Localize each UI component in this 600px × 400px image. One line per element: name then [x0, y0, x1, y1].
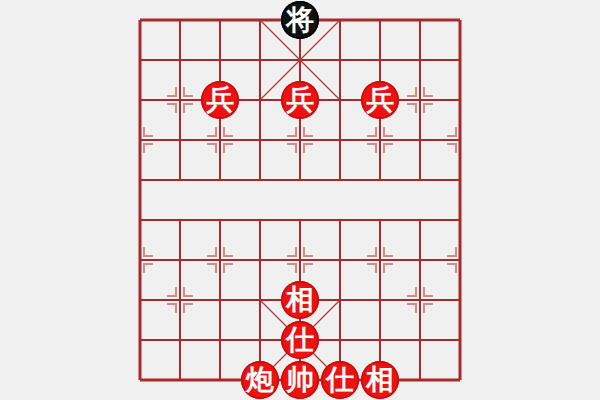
board-intersections-grid: 将兵兵兵相仕炮帅仕相	[120, 0, 480, 400]
red-elephant-center[interactable]: 相	[281, 281, 319, 319]
red-general[interactable]: 帅	[281, 361, 319, 399]
black-general[interactable]: 将	[281, 1, 319, 39]
red-advisor-right[interactable]: 仕	[321, 361, 359, 399]
red-soldier-center[interactable]: 兵	[281, 81, 319, 119]
xiangqi-board: 将兵兵兵相仕炮帅仕相	[0, 0, 600, 400]
red-cannon[interactable]: 炮	[241, 361, 279, 399]
red-advisor-center[interactable]: 仕	[281, 321, 319, 359]
red-soldier-left[interactable]: 兵	[201, 81, 239, 119]
red-soldier-right[interactable]: 兵	[361, 81, 399, 119]
red-elephant-right[interactable]: 相	[361, 361, 399, 399]
